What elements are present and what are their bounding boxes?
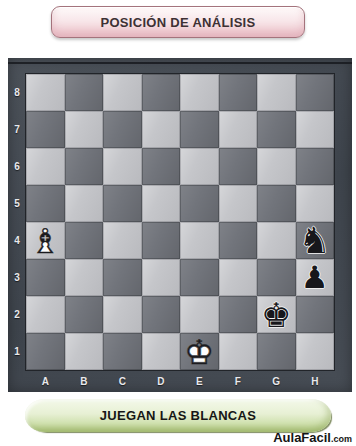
board-grid: ♝♗♞♟♚♚♔ (26, 74, 334, 370)
square-g2: ♚ (257, 296, 296, 333)
rank-label-2: 2 (8, 296, 26, 333)
square-f4 (219, 222, 258, 259)
file-label-g: G (257, 370, 296, 392)
square-b5 (65, 185, 104, 222)
square-a1 (26, 333, 65, 370)
white-king-e1: ♚♔ (180, 333, 219, 370)
square-b2 (65, 296, 104, 333)
square-e3 (180, 259, 219, 296)
square-a3 (26, 259, 65, 296)
square-f7 (219, 111, 258, 148)
file-label-b: B (65, 370, 104, 392)
square-d5 (142, 185, 181, 222)
turn-banner: JUEGAN LAS BLANCAS (25, 399, 331, 432)
square-b1 (65, 333, 104, 370)
square-d2 (142, 296, 181, 333)
square-b7 (65, 111, 104, 148)
file-label-e: E (180, 370, 219, 392)
square-d4 (142, 222, 181, 259)
page: POSICIÓN DE ANÁLISIS ♝♗♞♟♚♚♔ 87654321 AB… (0, 0, 356, 446)
rank-label-6: 6 (8, 148, 26, 185)
square-d8 (142, 74, 181, 111)
square-a2 (26, 296, 65, 333)
square-d7 (142, 111, 181, 148)
square-h8 (296, 74, 335, 111)
square-c7 (103, 111, 142, 148)
square-c1 (103, 333, 142, 370)
square-a5 (26, 185, 65, 222)
brand-name: AulaFacil (273, 430, 331, 445)
black-king-g2: ♚ (257, 296, 296, 333)
square-b4 (65, 222, 104, 259)
square-h2 (296, 296, 335, 333)
square-f8 (219, 74, 258, 111)
square-g1 (257, 333, 296, 370)
white-bishop-a4: ♝♗ (26, 222, 65, 259)
square-b8 (65, 74, 104, 111)
square-h4: ♞ (296, 222, 335, 259)
square-a4: ♝♗ (26, 222, 65, 259)
square-a8 (26, 74, 65, 111)
square-g3 (257, 259, 296, 296)
square-d3 (142, 259, 181, 296)
file-label-a: A (26, 370, 65, 392)
black-pawn-h3: ♟ (296, 259, 335, 296)
square-e1: ♚♔ (180, 333, 219, 370)
square-a6 (26, 148, 65, 185)
square-b6 (65, 148, 104, 185)
square-e5 (180, 185, 219, 222)
rank-label-5: 5 (8, 185, 26, 222)
board-frame: ♝♗♞♟♚♚♔ 87654321 ABCDEFGH (8, 58, 352, 392)
file-label-f: F (219, 370, 258, 392)
square-f5 (219, 185, 258, 222)
square-c3 (103, 259, 142, 296)
square-h1 (296, 333, 335, 370)
square-e7 (180, 111, 219, 148)
square-a7 (26, 111, 65, 148)
square-b3 (65, 259, 104, 296)
turn-banner-label: JUEGAN LAS BLANCAS (100, 408, 256, 423)
black-knight-h4: ♞ (296, 222, 335, 259)
square-d1 (142, 333, 181, 370)
file-label-d: D (142, 370, 181, 392)
square-g7 (257, 111, 296, 148)
square-c6 (103, 148, 142, 185)
square-c8 (103, 74, 142, 111)
square-e8 (180, 74, 219, 111)
file-label-h: H (296, 370, 335, 392)
square-f2 (219, 296, 258, 333)
analysis-banner: POSICIÓN DE ANÁLISIS (51, 6, 305, 38)
square-f6 (219, 148, 258, 185)
square-g8 (257, 74, 296, 111)
square-e4 (180, 222, 219, 259)
rank-label-7: 7 (8, 111, 26, 148)
square-h6 (296, 148, 335, 185)
square-h7 (296, 111, 335, 148)
square-e6 (180, 148, 219, 185)
rank-label-4: 4 (8, 222, 26, 259)
square-g5 (257, 185, 296, 222)
file-label-c: C (103, 370, 142, 392)
analysis-banner-label: POSICIÓN DE ANÁLISIS (100, 15, 255, 30)
file-labels: ABCDEFGH (26, 370, 334, 392)
brand-suffix: .com (331, 434, 352, 444)
square-h5 (296, 185, 335, 222)
square-g6 (257, 148, 296, 185)
rank-label-8: 8 (8, 74, 26, 111)
square-c4 (103, 222, 142, 259)
square-h3: ♟ (296, 259, 335, 296)
frame-top-line (8, 62, 352, 64)
rank-label-3: 3 (8, 259, 26, 296)
brand: AulaFacil .com (273, 430, 352, 444)
square-f3 (219, 259, 258, 296)
square-d6 (142, 148, 181, 185)
square-g4 (257, 222, 296, 259)
square-f1 (219, 333, 258, 370)
rank-labels: 87654321 (8, 74, 26, 370)
square-e2 (180, 296, 219, 333)
square-c2 (103, 296, 142, 333)
rank-label-1: 1 (8, 333, 26, 370)
square-c5 (103, 185, 142, 222)
